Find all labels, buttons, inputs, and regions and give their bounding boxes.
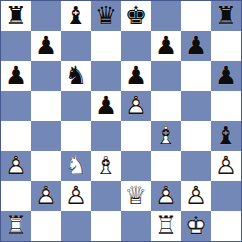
square-e2[interactable]: ♛♕ <box>121 181 151 211</box>
square-g1[interactable]: ♚♔ <box>181 211 211 241</box>
white-bishop-outline: ♗ <box>151 121 181 151</box>
white-pawn[interactable]: ♟♙ <box>181 181 211 211</box>
square-d2[interactable] <box>91 181 121 211</box>
square-h1[interactable] <box>211 211 241 241</box>
square-g2[interactable]: ♟♙ <box>181 181 211 211</box>
square-g4[interactable] <box>181 121 211 151</box>
square-f8[interactable] <box>151 1 181 31</box>
square-a6[interactable]: ♟ <box>1 61 31 91</box>
square-e8[interactable]: ♚ <box>121 1 151 31</box>
black-queen-glyph: ♛ <box>91 1 121 31</box>
white-rook-outline: ♖ <box>1 211 31 241</box>
white-rook[interactable]: ♜♖ <box>151 211 181 241</box>
black-bishop[interactable]: ♝ <box>61 1 91 31</box>
square-a8[interactable]: ♜ <box>1 1 31 31</box>
square-f3[interactable] <box>151 151 181 181</box>
black-pawn[interactable]: ♟ <box>1 61 31 91</box>
square-f2[interactable]: ♟♙ <box>151 181 181 211</box>
square-c7[interactable] <box>61 31 91 61</box>
square-f7[interactable]: ♟ <box>151 31 181 61</box>
white-pawn-outline: ♙ <box>61 181 91 211</box>
white-pawn-outline: ♙ <box>31 181 61 211</box>
square-a7[interactable] <box>1 31 31 61</box>
square-b3[interactable] <box>31 151 61 181</box>
white-pawn[interactable]: ♟♙ <box>61 181 91 211</box>
square-f1[interactable]: ♜♖ <box>151 211 181 241</box>
white-pawn[interactable]: ♟♙ <box>211 151 241 181</box>
square-g6[interactable] <box>181 61 211 91</box>
black-rook[interactable]: ♜ <box>1 1 31 31</box>
white-pawn-outline: ♙ <box>211 151 241 181</box>
white-knight-outline: ♘ <box>61 151 91 181</box>
black-knight-glyph: ♞ <box>61 61 91 91</box>
white-pawn[interactable]: ♟♙ <box>1 151 31 181</box>
square-f6[interactable] <box>151 61 181 91</box>
square-h6[interactable]: ♟ <box>211 61 241 91</box>
square-h8[interactable]: ♜ <box>211 1 241 31</box>
black-bishop-glyph: ♝ <box>61 1 91 31</box>
square-d7[interactable] <box>91 31 121 61</box>
black-pawn[interactable]: ♟ <box>91 91 121 121</box>
white-pawn-outline: ♙ <box>121 91 151 121</box>
black-bishop[interactable]: ♝ <box>211 121 241 151</box>
square-c4[interactable] <box>61 121 91 151</box>
black-pawn-glyph: ♟ <box>91 91 121 121</box>
square-e6[interactable]: ♟ <box>121 61 151 91</box>
black-pawn-glyph: ♟ <box>31 31 61 61</box>
black-pawn-glyph: ♟ <box>121 61 151 91</box>
chess-board: ♜♝♛♚♜♟♟♟♟♞♟♟♟♟♙♝♗♝♟♙♞♘♝♗♟♙♟♙♟♙♛♕♟♙♟♙♜♖♜♖… <box>0 0 242 242</box>
black-pawn[interactable]: ♟ <box>121 61 151 91</box>
square-g5[interactable] <box>181 91 211 121</box>
square-f4[interactable]: ♝♗ <box>151 121 181 151</box>
white-pawn-outline: ♙ <box>151 181 181 211</box>
white-knight[interactable]: ♞♘ <box>61 151 91 181</box>
white-bishop-outline: ♗ <box>91 151 121 181</box>
black-pawn-glyph: ♟ <box>1 61 31 91</box>
square-g3[interactable] <box>181 151 211 181</box>
black-rook[interactable]: ♜ <box>211 1 241 31</box>
square-d5[interactable]: ♟ <box>91 91 121 121</box>
square-b1[interactable] <box>31 211 61 241</box>
square-e1[interactable] <box>121 211 151 241</box>
square-c1[interactable] <box>61 211 91 241</box>
square-e5[interactable]: ♟♙ <box>121 91 151 121</box>
square-c5[interactable] <box>61 91 91 121</box>
square-a2[interactable] <box>1 181 31 211</box>
black-pawn-glyph: ♟ <box>211 61 241 91</box>
square-g8[interactable] <box>181 1 211 31</box>
square-e3[interactable] <box>121 151 151 181</box>
square-f5[interactable] <box>151 91 181 121</box>
white-bishop[interactable]: ♝♗ <box>91 151 121 181</box>
white-rook-outline: ♖ <box>151 211 181 241</box>
square-a4[interactable] <box>1 121 31 151</box>
square-b4[interactable] <box>31 121 61 151</box>
square-h2[interactable] <box>211 181 241 211</box>
white-rook[interactable]: ♜♖ <box>1 211 31 241</box>
white-bishop[interactable]: ♝♗ <box>151 121 181 151</box>
white-pawn[interactable]: ♟♙ <box>121 91 151 121</box>
square-a1[interactable]: ♜♖ <box>1 211 31 241</box>
black-bishop-glyph: ♝ <box>211 121 241 151</box>
square-h3[interactable]: ♟♙ <box>211 151 241 181</box>
square-b5[interactable] <box>31 91 61 121</box>
square-d8[interactable]: ♛ <box>91 1 121 31</box>
white-queen-outline: ♕ <box>121 181 151 211</box>
square-d6[interactable] <box>91 61 121 91</box>
black-pawn-glyph: ♟ <box>151 31 181 61</box>
square-c8[interactable]: ♝ <box>61 1 91 31</box>
square-b6[interactable] <box>31 61 61 91</box>
square-h5[interactable] <box>211 91 241 121</box>
square-b2[interactable]: ♟♙ <box>31 181 61 211</box>
square-c6[interactable]: ♞ <box>61 61 91 91</box>
square-b8[interactable] <box>31 1 61 31</box>
square-d3[interactable]: ♝♗ <box>91 151 121 181</box>
black-pawn[interactable]: ♟ <box>181 31 211 61</box>
square-d4[interactable] <box>91 121 121 151</box>
square-h7[interactable] <box>211 31 241 61</box>
square-b7[interactable]: ♟ <box>31 31 61 61</box>
white-pawn-outline: ♙ <box>1 151 31 181</box>
square-h4[interactable]: ♝ <box>211 121 241 151</box>
black-pawn[interactable]: ♟ <box>31 31 61 61</box>
square-a3[interactable]: ♟♙ <box>1 151 31 181</box>
black-pawn[interactable]: ♟ <box>211 61 241 91</box>
black-pawn-glyph: ♟ <box>181 31 211 61</box>
square-g7[interactable]: ♟ <box>181 31 211 61</box>
black-queen[interactable]: ♛ <box>91 1 121 31</box>
white-queen[interactable]: ♛♕ <box>121 181 151 211</box>
square-c3[interactable]: ♞♘ <box>61 151 91 181</box>
black-king-glyph: ♚ <box>121 1 151 31</box>
black-knight[interactable]: ♞ <box>61 61 91 91</box>
square-d1[interactable] <box>91 211 121 241</box>
black-pawn[interactable]: ♟ <box>151 31 181 61</box>
white-pawn[interactable]: ♟♙ <box>151 181 181 211</box>
white-king-outline: ♔ <box>181 211 211 241</box>
square-c2[interactable]: ♟♙ <box>61 181 91 211</box>
black-rook-glyph: ♜ <box>1 1 31 31</box>
white-pawn[interactable]: ♟♙ <box>31 181 61 211</box>
white-king[interactable]: ♚♔ <box>181 211 211 241</box>
black-rook-glyph: ♜ <box>211 1 241 31</box>
black-king[interactable]: ♚ <box>121 1 151 31</box>
square-e7[interactable] <box>121 31 151 61</box>
white-pawn-outline: ♙ <box>181 181 211 211</box>
square-a5[interactable] <box>1 91 31 121</box>
square-e4[interactable] <box>121 121 151 151</box>
